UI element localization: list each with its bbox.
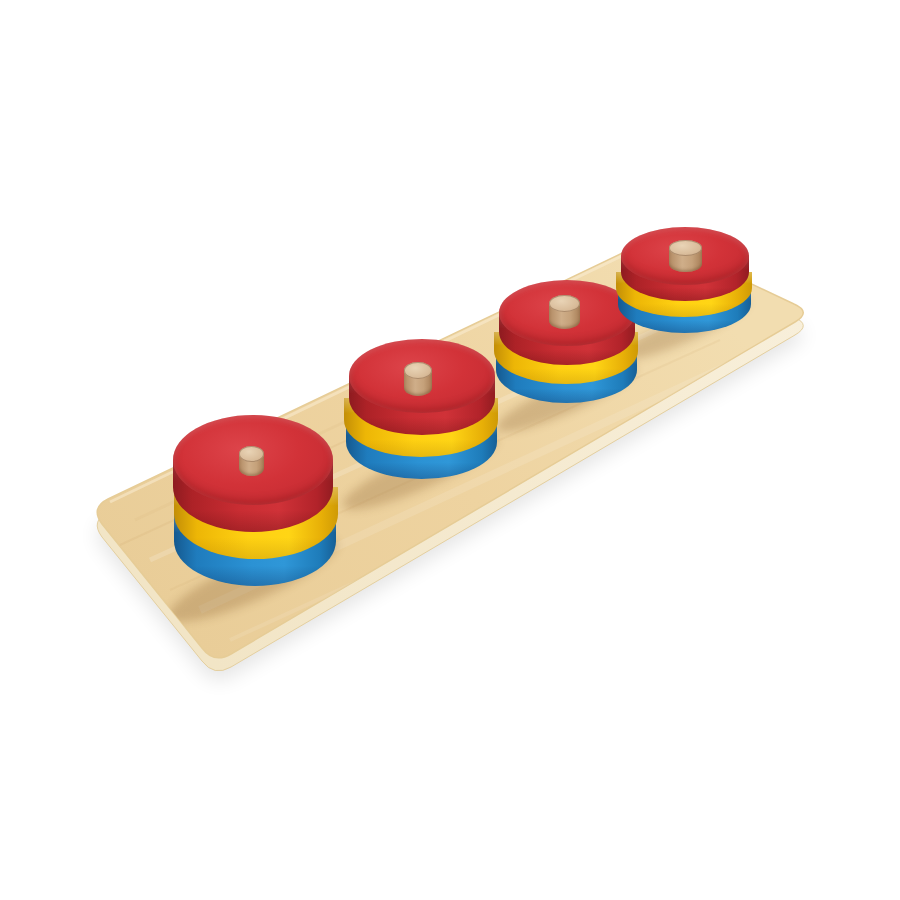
peg-top <box>404 362 432 379</box>
disc-stack-2[interactable] <box>349 339 495 479</box>
disc-stack-1[interactable] <box>173 415 333 586</box>
wooden-peg-tip[interactable] <box>404 362 432 396</box>
peg-top <box>669 240 702 256</box>
peg-top <box>549 295 580 312</box>
disc-stack-3[interactable] <box>499 280 635 403</box>
wooden-peg-tip[interactable] <box>669 240 702 272</box>
peg-top <box>239 446 264 462</box>
wooden-peg-tip[interactable] <box>549 295 580 329</box>
product-photo <box>0 0 900 900</box>
wooden-peg-tip[interactable] <box>239 446 264 476</box>
disc-stack-4[interactable] <box>621 227 749 333</box>
